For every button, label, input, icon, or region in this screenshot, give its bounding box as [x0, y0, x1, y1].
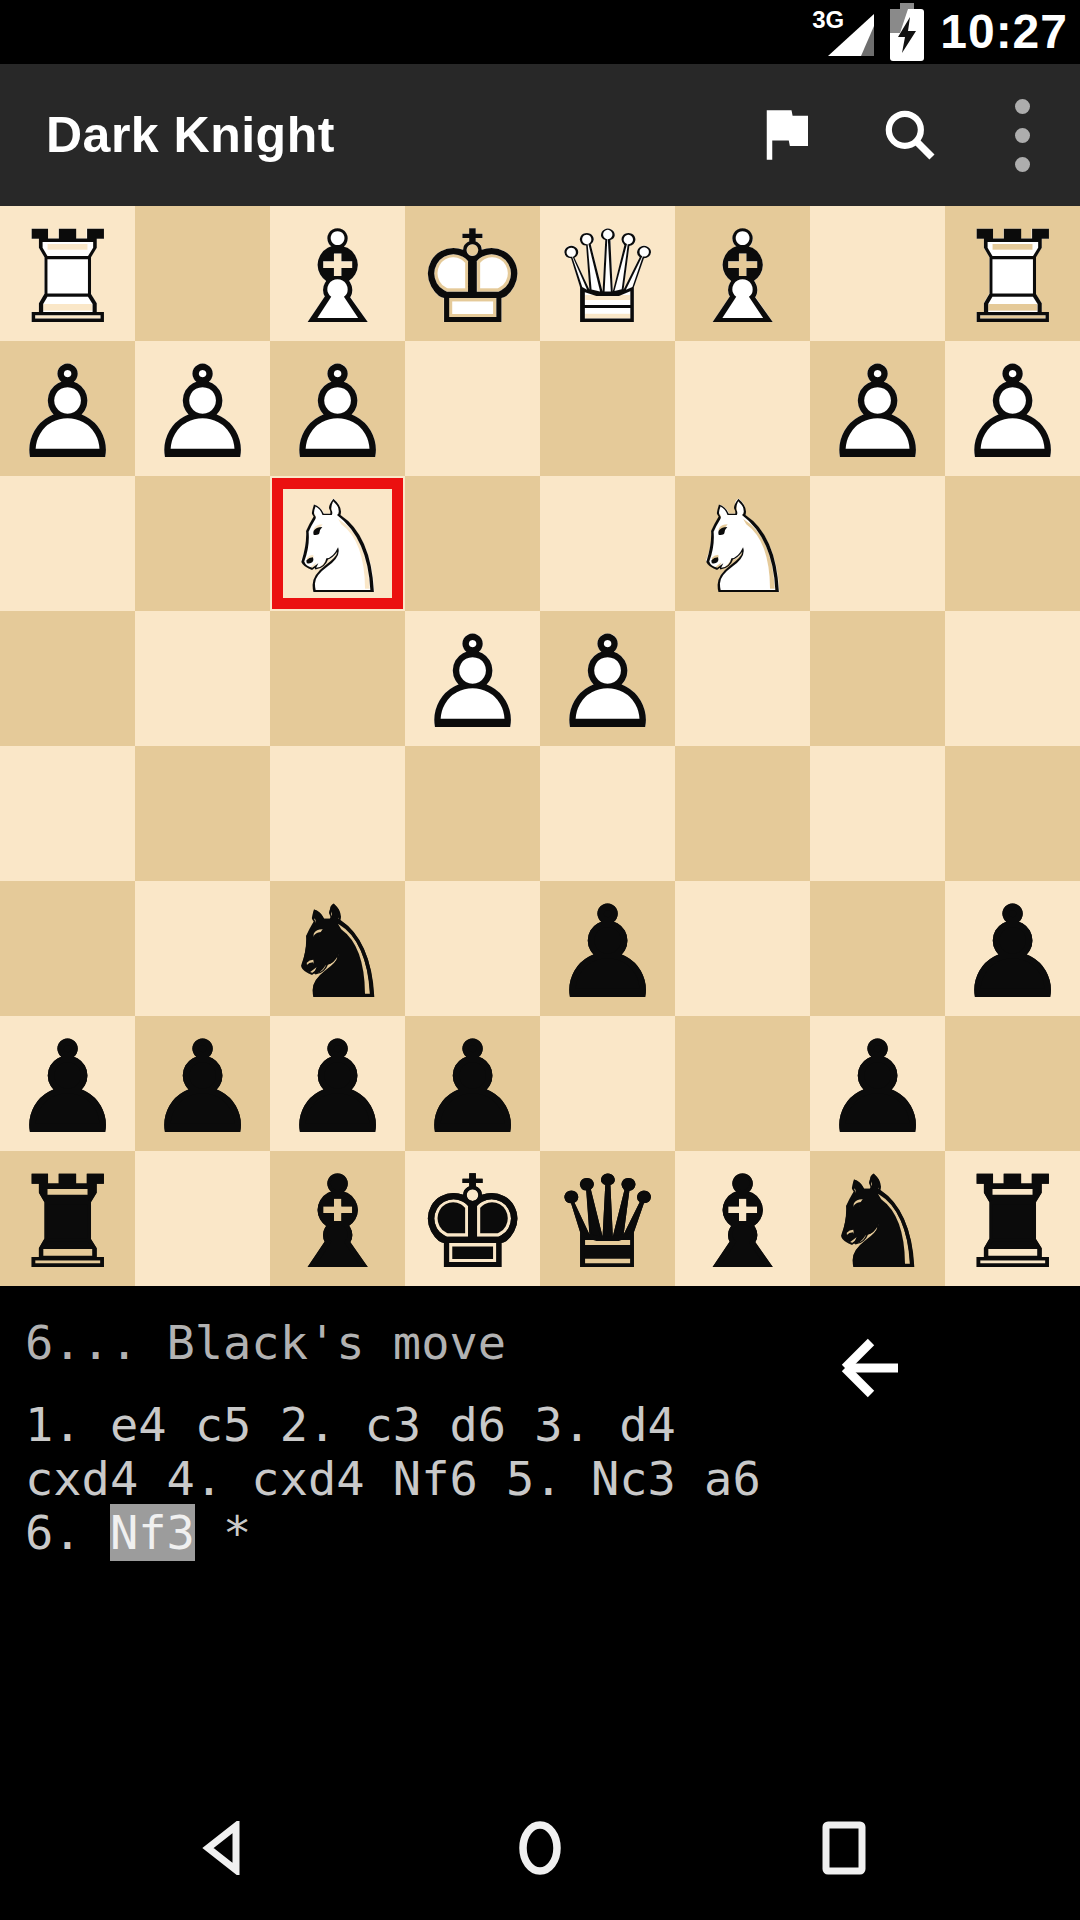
white-bishop-c1: ♝♗ — [675, 206, 810, 341]
square-g2[interactable]: ♟♙ — [135, 341, 270, 476]
square-e1[interactable]: ♚♔ — [405, 206, 540, 341]
square-c6[interactable] — [675, 881, 810, 1016]
square-a8[interactable]: ♜♖ — [945, 1151, 1080, 1286]
current-move-highlight[interactable]: Nf3 — [110, 1504, 195, 1561]
square-a2[interactable]: ♟♙ — [945, 341, 1080, 476]
square-h3[interactable] — [0, 476, 135, 611]
square-c3[interactable]: ♞♘ — [675, 476, 810, 611]
square-a7[interactable] — [945, 1016, 1080, 1151]
square-f7[interactable]: ♟♙ — [270, 1016, 405, 1151]
square-f6[interactable]: ♞♘ — [270, 881, 405, 1016]
signal-triangle-icon — [828, 14, 874, 56]
square-e3[interactable] — [405, 476, 540, 611]
square-a5[interactable] — [945, 746, 1080, 881]
android-nav-bar — [0, 1776, 1080, 1920]
black-knight-f6: ♞♘ — [270, 881, 405, 1016]
square-g4[interactable] — [135, 611, 270, 746]
black-pawn-g7: ♟♙ — [135, 1016, 270, 1151]
move-list[interactable]: 1. e4 c5 2. c3 d6 3. d4 cxd4 4. cxd4 Nf6… — [25, 1398, 785, 1560]
black-queen-d8: ♛♕ — [540, 1151, 675, 1286]
white-pawn-e4: ♟♙ — [405, 611, 540, 746]
square-g7[interactable]: ♟♙ — [135, 1016, 270, 1151]
square-f3[interactable]: ♞♘ — [270, 476, 405, 611]
black-bishop-f8: ♝♗ — [270, 1151, 405, 1286]
status-bar: 3G 10:27 — [0, 0, 1080, 64]
square-a4[interactable] — [945, 611, 1080, 746]
app-title: Dark Knight — [46, 106, 335, 164]
app-bar: Dark Knight — [0, 64, 1080, 206]
black-king-e8: ♚♔ — [405, 1151, 540, 1286]
white-bishop-f1: ♝♗ — [270, 206, 405, 341]
black-pawn-f7: ♟♙ — [270, 1016, 405, 1151]
black-pawn-d6: ♟♙ — [540, 881, 675, 1016]
black-knight-b8: ♞♘ — [810, 1151, 945, 1286]
square-h5[interactable] — [0, 746, 135, 881]
undo-back-arrow-icon[interactable] — [840, 1338, 904, 1402]
white-knight-f3: ♞♘ — [270, 476, 405, 611]
cell-signal-icon: 3G — [812, 6, 874, 58]
square-d7[interactable] — [540, 1016, 675, 1151]
square-a6[interactable]: ♟♙ — [945, 881, 1080, 1016]
white-rook-a1: ♜♖ — [945, 206, 1080, 341]
square-d6[interactable]: ♟♙ — [540, 881, 675, 1016]
black-pawn-a6: ♟♙ — [945, 881, 1080, 1016]
square-g5[interactable] — [135, 746, 270, 881]
square-c7[interactable] — [675, 1016, 810, 1151]
square-d8[interactable]: ♛♕ — [540, 1151, 675, 1286]
black-pawn-b7: ♟♙ — [810, 1016, 945, 1151]
black-rook-a8: ♜♖ — [945, 1151, 1080, 1286]
flag-icon[interactable] — [748, 97, 824, 173]
battery-charging-icon — [890, 3, 924, 61]
square-h6[interactable] — [0, 881, 135, 1016]
square-h1[interactable]: ♜♖ — [0, 206, 135, 341]
square-b4[interactable] — [810, 611, 945, 746]
square-g3[interactable] — [135, 476, 270, 611]
nav-recents-button[interactable] — [796, 1800, 892, 1896]
square-d4[interactable]: ♟♙ — [540, 611, 675, 746]
square-g6[interactable] — [135, 881, 270, 1016]
square-e6[interactable] — [405, 881, 540, 1016]
status-clock: 10:27 — [940, 0, 1068, 64]
square-c4[interactable] — [675, 611, 810, 746]
black-rook-h8: ♜♖ — [0, 1151, 135, 1286]
square-f1[interactable]: ♝♗ — [270, 206, 405, 341]
square-d2[interactable] — [540, 341, 675, 476]
square-f5[interactable] — [270, 746, 405, 881]
square-b6[interactable] — [810, 881, 945, 1016]
square-b5[interactable] — [810, 746, 945, 881]
square-b2[interactable]: ♟♙ — [810, 341, 945, 476]
phone-screen: 3G 10:27 Dark Knight — [0, 0, 1080, 1920]
white-king-e1: ♚♔ — [405, 206, 540, 341]
moves-after: * — [195, 1505, 252, 1560]
square-b3[interactable] — [810, 476, 945, 611]
square-b7[interactable]: ♟♙ — [810, 1016, 945, 1151]
square-e5[interactable] — [405, 746, 540, 881]
black-bishop-c8: ♝♗ — [675, 1151, 810, 1286]
search-icon[interactable] — [872, 97, 948, 173]
square-c5[interactable] — [675, 746, 810, 881]
square-g1[interactable] — [135, 206, 270, 341]
square-a1[interactable]: ♜♖ — [945, 206, 1080, 341]
square-f4[interactable] — [270, 611, 405, 746]
nav-home-button[interactable] — [492, 1800, 588, 1896]
black-pawn-e7: ♟♙ — [405, 1016, 540, 1151]
white-rook-h1: ♜♖ — [0, 206, 135, 341]
square-e7[interactable]: ♟♙ — [405, 1016, 540, 1151]
nav-back-button[interactable] — [174, 1800, 270, 1896]
square-c8[interactable]: ♝♗ — [675, 1151, 810, 1286]
white-pawn-g2: ♟♙ — [135, 341, 270, 476]
white-pawn-h2: ♟♙ — [0, 341, 135, 476]
chess-board: ♜♖♝♗♚♔♛♕♝♗♜♖♟♙♟♙♟♙♟♙♟♙♞♘♞♘♟♙♟♙♞♘♟♙♟♙♟♙♟♙… — [0, 206, 1080, 1286]
move-status-line: 6... Black's move — [25, 1316, 506, 1370]
white-pawn-f2: ♟♙ — [270, 341, 405, 476]
square-e8[interactable]: ♚♔ — [405, 1151, 540, 1286]
square-f8[interactable]: ♝♗ — [270, 1151, 405, 1286]
overflow-menu-icon[interactable] — [984, 97, 1060, 173]
white-pawn-a2: ♟♙ — [945, 341, 1080, 476]
black-pawn-h7: ♟♙ — [0, 1016, 135, 1151]
move-panel: 6... Black's move 1. e4 c5 2. c3 d6 3. d… — [0, 1286, 1080, 1776]
square-g8[interactable] — [135, 1151, 270, 1286]
square-f2[interactable]: ♟♙ — [270, 341, 405, 476]
square-d5[interactable] — [540, 746, 675, 881]
white-pawn-d4: ♟♙ — [540, 611, 675, 746]
white-queen-d1: ♛♕ — [540, 206, 675, 341]
square-h7[interactable]: ♟♙ — [0, 1016, 135, 1151]
square-c1[interactable]: ♝♗ — [675, 206, 810, 341]
square-e4[interactable]: ♟♙ — [405, 611, 540, 746]
white-knight-c3: ♞♘ — [675, 476, 810, 611]
white-pawn-b2: ♟♙ — [810, 341, 945, 476]
square-h8[interactable]: ♜♖ — [0, 1151, 135, 1286]
square-b1[interactable] — [810, 206, 945, 341]
square-h4[interactable] — [0, 611, 135, 746]
square-b8[interactable]: ♞♘ — [810, 1151, 945, 1286]
square-a3[interactable] — [945, 476, 1080, 611]
square-h2[interactable]: ♟♙ — [0, 341, 135, 476]
square-c2[interactable] — [675, 341, 810, 476]
square-d3[interactable] — [540, 476, 675, 611]
square-d1[interactable]: ♛♕ — [540, 206, 675, 341]
square-e2[interactable] — [405, 341, 540, 476]
